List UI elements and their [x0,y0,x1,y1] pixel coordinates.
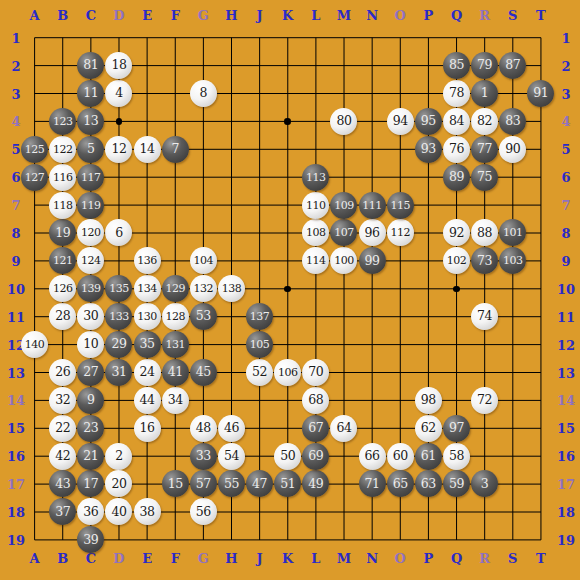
stone-black-99-N9: 99 [359,247,386,274]
coord-label-5-16x149: 5 [11,142,20,157]
stone-white-52-J13: 52 [246,359,273,386]
coord-label-3-16x94: 3 [11,86,20,101]
stone-black-55-H17: 55 [218,470,245,497]
coord-label-7-16x205: 7 [11,198,20,213]
coord-label-S-513x15: S [508,8,517,23]
stone-white-38-E18: 38 [134,498,161,525]
stone-white-92-Q8: 92 [443,219,470,246]
coord-label-R-485x15: R [479,8,490,23]
coord-label-5-566x149: 5 [561,142,570,157]
stone-white-90-S5: 90 [499,136,526,163]
stone-black-137-J11: 137 [246,303,273,330]
stone-white-76-Q5: 76 [443,136,470,163]
stone-black-69-L16: 69 [302,443,329,470]
stone-black-81-C2: 81 [77,52,104,79]
stone-black-19-B8: 19 [49,219,76,246]
stone-black-139-C10: 139 [77,275,104,302]
coord-label-1-16x38: 1 [11,30,20,45]
stone-black-5-C5: 5 [77,136,104,163]
stone-black-31-D13: 31 [105,359,132,386]
stone-black-21-C16: 21 [77,443,104,470]
coord-label-18-566x512: 18 [557,505,575,520]
coord-label-K-288x15: K [282,8,293,23]
stone-white-80-M4: 80 [330,108,357,135]
stone-white-136-E9: 136 [134,247,161,274]
coord-label-10-566x289: 10 [557,281,575,296]
stone-white-32-B14: 32 [49,387,76,414]
stone-grid: 1234567891011121314151617181920212223242… [21,24,555,554]
stone-white-102-Q9: 102 [443,247,470,274]
stone-white-46-H15: 46 [218,415,245,442]
coord-label-B-63x15: B [57,8,68,23]
stone-white-44-E14: 44 [134,387,161,414]
stone-white-130-E11: 130 [134,303,161,330]
stone-black-85-Q2: 85 [443,52,470,79]
coord-label-6-16x177: 6 [11,170,20,185]
stone-white-78-Q3: 78 [443,80,470,107]
stone-black-3-R17: 3 [471,470,498,497]
stone-black-27-C13: 27 [77,359,104,386]
stone-white-36-C18: 36 [77,498,104,525]
stone-white-70-L13: 70 [302,359,329,386]
coord-label-G-203x15: G [198,8,209,23]
stone-white-60-O16: 60 [387,443,414,470]
stone-black-109-M7: 109 [330,192,357,219]
stone-black-119-C7: 119 [77,192,104,219]
coord-label-16-566x456: 16 [557,449,575,464]
stone-black-121-B9: 121 [49,247,76,274]
stone-black-63-P17: 63 [415,470,442,497]
stone-black-125-A5: 125 [21,136,48,163]
coord-label-J-260x15: J [257,8,263,23]
stone-black-101-S8: 101 [499,219,526,246]
stone-black-117-C6: 117 [77,164,104,191]
stone-black-133-D11: 133 [105,303,132,330]
coord-label-4-566x121: 4 [561,114,570,129]
coord-label-N-372x15: N [366,8,378,23]
stone-black-89-Q6: 89 [443,164,470,191]
star-point-D4 [116,118,123,125]
stone-white-4-D3: 4 [105,80,132,107]
stone-black-39-C19: 39 [77,526,104,553]
coord-label-3-566x94: 3 [561,86,570,101]
stone-white-42-B16: 42 [49,443,76,470]
coord-label-O-400x15: O [395,8,406,23]
stone-black-17-C17: 17 [77,470,104,497]
stone-white-128-F11: 128 [162,303,189,330]
coord-label-9-16x261: 9 [11,253,20,268]
stone-white-26-B13: 26 [49,359,76,386]
stone-black-1-R3: 1 [471,80,498,107]
stone-white-28-B11: 28 [49,303,76,330]
stone-white-138-H10: 138 [218,275,245,302]
stone-white-118-B7: 118 [49,192,76,219]
star-point-K4 [284,118,291,125]
stone-white-18-D2: 18 [105,52,132,79]
stone-black-95-P4: 95 [415,108,442,135]
coord-label-C-91x15: C [86,8,96,23]
stone-black-129-F10: 129 [162,275,189,302]
stone-black-7-F5: 7 [162,136,189,163]
coord-label-7-566x205: 7 [561,198,570,213]
stone-white-22-B15: 22 [49,415,76,442]
stone-black-33-G16: 33 [190,443,217,470]
star-point-K10 [284,286,291,293]
stone-white-140-A12: 140 [21,331,48,358]
stone-black-15-F17: 15 [162,470,189,497]
stone-white-48-G15: 48 [190,415,217,442]
coord-label-L-316x15: L [311,8,320,23]
stone-black-91-T3: 91 [527,80,554,107]
stone-white-98-P14: 98 [415,387,442,414]
stone-black-111-N7: 111 [359,192,386,219]
coord-label-17-566x484: 17 [557,477,575,492]
coord-label-6-566x177: 6 [561,170,570,185]
stone-black-83-S4: 83 [499,108,526,135]
stone-white-84-Q4: 84 [443,108,470,135]
stone-black-51-K17: 51 [274,470,301,497]
stone-black-103-S9: 103 [499,247,526,274]
stone-black-13-C4: 13 [77,108,104,135]
stone-black-131-F12: 131 [162,331,189,358]
stone-white-116-B6: 116 [49,164,76,191]
stone-white-54-H16: 54 [218,443,245,470]
go-board[interactable]: AABBCCDDEEFFGGHHJJKKLLMMNNOOPPQQRRSSTT11… [0,0,580,580]
stone-black-97-Q15: 97 [443,415,470,442]
stone-white-20-D17: 20 [105,470,132,497]
stone-black-9-C14: 9 [77,387,104,414]
stone-white-96-N8: 96 [359,219,386,246]
stone-white-88-R8: 88 [471,219,498,246]
stone-black-127-A6: 127 [21,164,48,191]
stone-black-53-G11: 53 [190,303,217,330]
stone-white-68-L14: 68 [302,387,329,414]
stone-black-113-L6: 113 [302,164,329,191]
stone-black-71-N17: 71 [359,470,386,497]
stone-white-16-E15: 16 [134,415,161,442]
coord-label-15-566x428: 15 [557,421,575,436]
stone-white-34-F14: 34 [162,387,189,414]
stone-black-105-J12: 105 [246,331,273,358]
stone-white-124-C9: 124 [77,247,104,274]
stone-white-134-E10: 134 [134,275,161,302]
stone-black-79-R2: 79 [471,52,498,79]
coord-label-19-566x540: 19 [557,532,575,547]
stone-white-2-D16: 2 [105,443,132,470]
stone-black-41-F13: 41 [162,359,189,386]
coord-label-1-566x38: 1 [561,30,570,45]
coord-label-9-566x261: 9 [561,253,570,268]
stone-black-107-M8: 107 [330,219,357,246]
coord-label-T-541x15: T [536,8,546,23]
stone-black-43-B17: 43 [49,470,76,497]
coord-label-M-344x15: M [337,8,351,23]
stone-white-56-G18: 56 [190,498,217,525]
coord-label-14-566x400: 14 [557,393,575,408]
stone-black-135-D10: 135 [105,275,132,302]
stone-white-66-N16: 66 [359,443,386,470]
stone-white-106-K13: 106 [274,359,301,386]
stone-black-37-B18: 37 [49,498,76,525]
stone-black-23-C15: 23 [77,415,104,442]
stone-white-50-K16: 50 [274,443,301,470]
coord-label-E-147x15: E [142,8,152,23]
stone-black-29-D12: 29 [105,331,132,358]
coord-label-F-175x15: F [171,8,180,23]
stone-black-57-G17: 57 [190,470,217,497]
coord-label-H-232x15: H [225,8,237,23]
stone-black-65-O17: 65 [387,470,414,497]
coord-label-D-119x15: D [113,8,124,23]
stone-black-35-E12: 35 [134,331,161,358]
stone-white-24-E13: 24 [134,359,161,386]
coord-label-2-566x66: 2 [561,58,570,73]
stone-black-61-P16: 61 [415,443,442,470]
stone-white-74-R11: 74 [471,303,498,330]
stone-black-93-P5: 93 [415,136,442,163]
stone-black-75-R6: 75 [471,164,498,191]
stone-white-108-L8: 108 [302,219,329,246]
coord-label-8-16x233: 8 [11,226,20,241]
stone-white-58-Q16: 58 [443,443,470,470]
coord-label-A-35x15: A [30,8,40,23]
stone-white-72-R14: 72 [471,387,498,414]
stone-black-11-C3: 11 [77,80,104,107]
coord-label-2-16x66: 2 [11,58,20,73]
stone-black-59-Q17: 59 [443,470,470,497]
stone-white-8-G3: 8 [190,80,217,107]
coord-label-12-566x345: 12 [557,337,575,352]
stone-white-6-D8: 6 [105,219,132,246]
stone-black-67-L15: 67 [302,415,329,442]
stone-black-87-S2: 87 [499,52,526,79]
stone-black-77-R5: 77 [471,136,498,163]
stone-white-120-C8: 120 [77,219,104,246]
coord-label-4-16x121: 4 [11,114,20,129]
coord-label-8-566x233: 8 [561,226,570,241]
stone-white-10-C12: 10 [77,331,104,358]
stone-white-40-D18: 40 [105,498,132,525]
stone-white-82-R4: 82 [471,108,498,135]
coord-label-13-566x372: 13 [557,365,575,380]
stone-white-12-D5: 12 [105,136,132,163]
stone-white-62-P15: 62 [415,415,442,442]
stone-white-126-B10: 126 [49,275,76,302]
stone-white-14-E5: 14 [134,136,161,163]
stone-black-123-B4: 123 [49,108,76,135]
stone-white-30-C11: 30 [77,303,104,330]
stone-white-104-G9: 104 [190,247,217,274]
stone-black-45-G13: 45 [190,359,217,386]
stone-black-115-O7: 115 [387,192,414,219]
stone-white-110-L7: 110 [302,192,329,219]
coord-label-P-428x15: P [424,8,434,23]
stone-white-94-O4: 94 [387,108,414,135]
stone-white-112-O8: 112 [387,219,414,246]
stone-white-132-G10: 132 [190,275,217,302]
coord-label-11-566x317: 11 [557,309,575,324]
stone-black-49-L17: 49 [302,470,329,497]
stone-white-100-M9: 100 [330,247,357,274]
star-point-Q10 [453,286,460,293]
stone-white-64-M15: 64 [330,415,357,442]
stone-black-47-J17: 47 [246,470,273,497]
coord-label-Q-457x15: Q [451,8,462,23]
stone-white-114-L9: 114 [302,247,329,274]
stone-black-73-R9: 73 [471,247,498,274]
stone-white-122-B5: 122 [49,136,76,163]
